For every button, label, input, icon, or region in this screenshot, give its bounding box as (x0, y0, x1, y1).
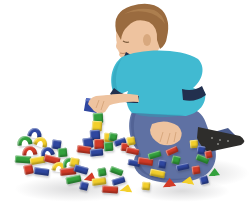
block-cube-green (104, 142, 114, 152)
block-rect-green (65, 175, 81, 185)
block-rect-blue (34, 167, 50, 176)
block-rect-green (109, 166, 123, 176)
block-cube-red (23, 164, 34, 175)
block-cube-blue (157, 159, 166, 168)
block-rect-blue (111, 176, 125, 185)
block-rect-red (126, 147, 140, 156)
block-wedge-yellow (181, 175, 195, 185)
block-cube-green (97, 167, 106, 176)
block-wedge-yellow (120, 183, 134, 193)
block-cube-yellow (142, 182, 151, 191)
block-cube-blue (199, 175, 209, 185)
block-cube-blue (79, 181, 89, 191)
block-rect-blue (176, 163, 190, 172)
block-cube-yellow (126, 136, 135, 145)
block-cube-red (191, 165, 200, 174)
block-rect-blue (90, 148, 104, 156)
block-cube-red (204, 150, 212, 158)
blocks-layer (0, 0, 250, 207)
block-rect-red (165, 146, 178, 156)
block-arch-red (22, 145, 38, 155)
block-rect-yellow (149, 169, 165, 179)
block-cube-red (94, 139, 104, 149)
block-cube-green (58, 148, 68, 158)
block-rect-red (102, 185, 118, 193)
block-rect-green (147, 150, 161, 159)
scene-photo (0, 0, 250, 207)
block-wedge-red (162, 177, 177, 187)
block-wedge-green (208, 168, 221, 177)
